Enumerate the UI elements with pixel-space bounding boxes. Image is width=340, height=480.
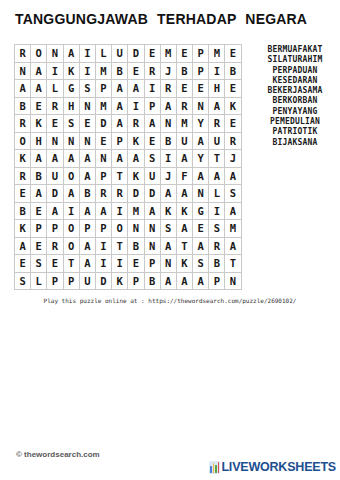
grid-cell[interactable]: R — [96, 185, 111, 202]
grid-cell[interactable]: R — [128, 115, 143, 132]
grid-cell[interactable]: A — [193, 133, 208, 150]
grid-cell[interactable]: A — [112, 98, 127, 115]
grid-cell[interactable]: P — [31, 220, 46, 237]
grid-cell[interactable]: P — [112, 133, 127, 150]
grid-cell[interactable]: I — [128, 98, 143, 115]
grid-cell[interactable]: A — [31, 63, 46, 80]
word-list-item: PATRIOTIK — [252, 127, 338, 137]
grid-cell[interactable]: K — [31, 115, 46, 132]
grid-cell[interactable]: T — [177, 238, 192, 255]
grid-cell[interactable]: S — [64, 115, 79, 132]
grid-cell[interactable]: K — [64, 63, 79, 80]
grid-cell[interactable]: K — [128, 133, 143, 150]
play-online-note: Play this puzzle online at : https://the… — [0, 297, 340, 304]
grid-cell[interactable]: E — [128, 63, 143, 80]
word-list-item: BERKORBAN — [252, 96, 338, 106]
grid-cell[interactable]: I — [80, 45, 95, 62]
grid-cell[interactable]: D — [145, 185, 160, 202]
grid-cell[interactable]: A — [128, 150, 143, 167]
grid-cell[interactable]: A — [80, 255, 95, 272]
grid-cell[interactable]: I — [80, 63, 95, 80]
grid-cell[interactable]: P — [47, 273, 62, 290]
grid-cell[interactable]: P — [96, 220, 111, 237]
grid-cell[interactable]: D — [96, 115, 111, 132]
grid-cell[interactable]: E — [47, 255, 62, 272]
grid-cell[interactable]: K — [112, 273, 127, 290]
grid-cell[interactable]: B — [15, 203, 30, 220]
grid-cell[interactable]: P — [47, 220, 62, 237]
grid-cell[interactable]: I — [112, 255, 127, 272]
grid-cell[interactable]: A — [225, 203, 240, 220]
grid-cell[interactable]: E — [225, 115, 240, 132]
word-list-item: KESEDARAN — [252, 76, 338, 86]
grid-cell[interactable]: E — [177, 45, 192, 62]
grid-cell[interactable]: A — [209, 168, 224, 185]
grid-cell[interactable]: E — [15, 255, 30, 272]
grid-cell[interactable]: N — [64, 133, 79, 150]
grid-cell[interactable]: A — [80, 238, 95, 255]
grid-cell[interactable]: E — [128, 255, 143, 272]
grid-cell[interactable]: A — [96, 203, 111, 220]
grid-cell[interactable]: K — [225, 98, 240, 115]
grid-cell[interactable]: P — [209, 273, 224, 290]
word-list: BERMUAFAKATSILATURAHIMPERPADUANKESEDARAN… — [252, 45, 338, 148]
grid-cell[interactable]: N — [80, 98, 95, 115]
copyright: © thewordsearch.com — [16, 450, 100, 459]
grid-cell[interactable]: G — [193, 203, 208, 220]
grid-cell[interactable]: A — [193, 238, 208, 255]
grid-cell[interactable]: B — [145, 273, 160, 290]
grid-cell[interactable]: K — [15, 220, 30, 237]
grid-cell[interactable]: S — [145, 150, 160, 167]
grid-cell[interactable]: E — [96, 133, 111, 150]
grid-cell[interactable]: P — [64, 273, 79, 290]
grid-cell[interactable]: B — [177, 63, 192, 80]
grid-cell[interactable]: T — [225, 255, 240, 272]
grid-cell[interactable]: B — [225, 63, 240, 80]
grid-cell[interactable]: R — [145, 63, 160, 80]
grid-cell[interactable]: A — [47, 150, 62, 167]
grid-cell[interactable]: K — [15, 150, 30, 167]
word-list-item: PERPADUAN — [252, 66, 338, 76]
grid-cell[interactable]: I — [96, 238, 111, 255]
grid-cell[interactable]: A — [161, 238, 176, 255]
grid-cell[interactable]: D — [96, 273, 111, 290]
grid-cell[interactable]: E — [31, 98, 46, 115]
grid-cell[interactable]: D — [47, 185, 62, 202]
grid-cell[interactable]: O — [15, 133, 30, 150]
grid-cell[interactable]: N — [193, 98, 208, 115]
grid-cell[interactable]: A — [161, 273, 176, 290]
grid-cell[interactable]: N — [145, 220, 160, 237]
grid-cell[interactable]: A — [64, 185, 79, 202]
grid-cell[interactable]: U — [209, 133, 224, 150]
grid-cell[interactable]: L — [31, 273, 46, 290]
word-list-item: BIJAKSANA — [252, 138, 338, 148]
grid-cell[interactable]: A — [64, 150, 79, 167]
grid-cell[interactable]: A — [128, 80, 143, 97]
grid-cell[interactable]: U — [80, 273, 95, 290]
grid-cell[interactable]: L — [209, 185, 224, 202]
grid-cell[interactable]: I — [64, 203, 79, 220]
grid-cell[interactable]: I — [209, 63, 224, 80]
word-list-item: PENYAYANG — [252, 107, 338, 117]
grid-cell[interactable]: N — [225, 273, 240, 290]
grid-cell[interactable]: R — [161, 80, 176, 97]
grid-cell[interactable]: T — [64, 255, 79, 272]
grid-cell[interactable]: P — [193, 45, 208, 62]
grid-cell[interactable]: B — [80, 185, 95, 202]
grid-cell[interactable]: S — [209, 220, 224, 237]
grid-cell[interactable]: S — [193, 255, 208, 272]
grid-cell[interactable]: T — [112, 168, 127, 185]
grid-cell[interactable]: N — [47, 45, 62, 62]
grid-cell[interactable]: P — [145, 255, 160, 272]
grid-cell[interactable]: K — [177, 255, 192, 272]
grid-cell[interactable]: A — [161, 98, 176, 115]
grid-cell[interactable]: A — [177, 273, 192, 290]
grid-cell[interactable]: O — [64, 238, 79, 255]
grid-cell[interactable]: A — [15, 80, 30, 97]
grid-cell[interactable]: I — [96, 255, 111, 272]
grid-cell[interactable]: S — [225, 185, 240, 202]
grid-cell[interactable]: B — [161, 133, 176, 150]
grid-cell[interactable]: A — [161, 185, 176, 202]
grid-cell[interactable]: D — [128, 45, 143, 62]
grid-cell[interactable]: D — [128, 185, 143, 202]
grid-cell[interactable]: K — [177, 203, 192, 220]
grid-cell[interactable]: K — [161, 203, 176, 220]
puzzle-title: TANGGUNGJAWAB TERHADAP NEGARA — [15, 11, 307, 27]
grid-cell[interactable]: I — [161, 150, 176, 167]
bar-chart-icon — [209, 461, 220, 474]
grid-cell[interactable]: U — [112, 45, 127, 62]
grid-cell[interactable]: L — [96, 45, 111, 62]
grid-cell[interactable]: M — [177, 115, 192, 132]
grid-cell[interactable]: O — [64, 220, 79, 237]
grid-cell[interactable]: A — [145, 115, 160, 132]
grid-cell[interactable]: E — [193, 220, 208, 237]
grid-cell[interactable]: N — [15, 63, 30, 80]
grid-cell[interactable]: A — [112, 150, 127, 167]
grid-cell[interactable]: P — [193, 63, 208, 80]
grid-cell[interactable]: S — [80, 80, 95, 97]
grid-cell[interactable]: E — [193, 80, 208, 97]
grid-cell[interactable]: S — [161, 220, 176, 237]
grid-cell[interactable]: E — [225, 80, 240, 97]
grid-cell[interactable]: M — [225, 220, 240, 237]
grid-cell[interactable]: G — [64, 80, 79, 97]
grid-cell[interactable]: A — [112, 115, 127, 132]
grid-cell[interactable]: R — [15, 45, 30, 62]
grid-cell[interactable]: P — [145, 98, 160, 115]
grid-cell[interactable]: M — [96, 63, 111, 80]
grid-cell[interactable]: E — [145, 45, 160, 62]
grid-cell[interactable]: A — [47, 203, 62, 220]
grid-cell[interactable]: J — [225, 150, 240, 167]
grid-cell[interactable]: A — [31, 185, 46, 202]
grid-cell[interactable]: B — [15, 98, 30, 115]
grid-cell[interactable]: O — [64, 168, 79, 185]
grid-cell[interactable]: I — [209, 203, 224, 220]
grid-cell[interactable]: E — [15, 185, 30, 202]
grid-cell[interactable]: B — [128, 238, 143, 255]
grid-cell[interactable]: M — [161, 45, 176, 62]
grid-cell[interactable]: M — [96, 98, 111, 115]
grid-cell[interactable]: O — [31, 45, 46, 62]
word-search-grid: RONAILUDEMEPMENAIKIMBERJBPIBAALGSPAAIREE… — [14, 44, 242, 290]
grid-cell[interactable]: M — [128, 203, 143, 220]
grid-cell[interactable]: A — [209, 98, 224, 115]
grid-cell[interactable]: E — [80, 115, 95, 132]
grid-cell[interactable]: B — [112, 63, 127, 80]
grid-cell[interactable]: I — [145, 80, 160, 97]
grid-cell[interactable]: T — [112, 238, 127, 255]
grid-cell[interactable]: E — [31, 203, 46, 220]
grid-cell[interactable]: I — [47, 63, 62, 80]
grid-cell[interactable]: M — [209, 45, 224, 62]
grid-cell[interactable]: R — [15, 168, 30, 185]
grid-cell[interactable]: A — [177, 220, 192, 237]
grid-cell[interactable]: E — [177, 80, 192, 97]
grid-cell[interactable]: H — [209, 80, 224, 97]
grid-cell[interactable]: R — [209, 238, 224, 255]
grid-cell[interactable]: A — [177, 185, 192, 202]
grid-cell[interactable]: N — [47, 133, 62, 150]
grid-cell[interactable]: A — [31, 80, 46, 97]
grid-cell[interactable]: A — [80, 168, 95, 185]
grid-cell[interactable]: R — [225, 133, 240, 150]
grid-cell[interactable]: B — [209, 255, 224, 272]
worksheet-page: TANGGUNGJAWAB TERHADAP NEGARA RONAILUDEM… — [0, 0, 340, 480]
grid-cell[interactable]: A — [31, 150, 46, 167]
grid-cell[interactable]: H — [64, 98, 79, 115]
grid-cell[interactable]: L — [47, 80, 62, 97]
grid-cell[interactable]: A — [112, 80, 127, 97]
grid-cell[interactable]: Y — [193, 115, 208, 132]
grid-cell[interactable]: N — [161, 115, 176, 132]
grid-cell[interactable]: A — [177, 150, 192, 167]
grid-cell[interactable]: B — [31, 168, 46, 185]
grid-cell[interactable]: R — [177, 98, 192, 115]
grid-cell[interactable]: A — [193, 273, 208, 290]
word-list-item: BEKERJASAMA — [252, 86, 338, 96]
grid-cell[interactable]: O — [112, 220, 127, 237]
grid-cell[interactable]: A — [145, 203, 160, 220]
grid-cell[interactable]: K — [128, 168, 143, 185]
brand-name: LIVEWORKSHEETS — [221, 460, 336, 474]
grid-cell[interactable]: U — [177, 133, 192, 150]
grid-cell[interactable]: S — [15, 273, 30, 290]
grid-cell[interactable]: A — [80, 203, 95, 220]
grid-cell[interactable]: A — [225, 168, 240, 185]
grid-cell[interactable]: E — [47, 115, 62, 132]
grid-cell[interactable]: P — [80, 220, 95, 237]
grid-cell[interactable]: Y — [193, 150, 208, 167]
grid-cell[interactable]: I — [112, 203, 127, 220]
grid-cell[interactable]: S — [31, 255, 46, 272]
grid-cell[interactable]: N — [145, 238, 160, 255]
grid-cell[interactable]: R — [112, 185, 127, 202]
grid-cell[interactable]: A — [80, 150, 95, 167]
grid-cell[interactable]: P — [96, 168, 111, 185]
grid-cell[interactable]: N — [96, 150, 111, 167]
grid-cell[interactable]: U — [145, 168, 160, 185]
grid-cell[interactable]: N — [128, 220, 143, 237]
grid-cell[interactable]: J — [161, 168, 176, 185]
grid-cell[interactable]: U — [47, 168, 62, 185]
word-list-item: SILATURAHIM — [252, 55, 338, 65]
word-list-item: PEMEDULIAN — [252, 117, 338, 127]
grid-cell[interactable]: J — [161, 63, 176, 80]
grid-cell[interactable]: R — [209, 115, 224, 132]
grid-cell[interactable]: N — [80, 133, 95, 150]
grid-cell[interactable]: R — [47, 238, 62, 255]
word-list-item: BERMUAFAKAT — [252, 45, 338, 55]
grid-cell[interactable]: F — [177, 168, 192, 185]
grid-cell[interactable]: A — [15, 238, 30, 255]
grid-cell[interactable]: T — [209, 150, 224, 167]
grid-cell[interactable]: N — [193, 185, 208, 202]
grid-cell[interactable]: R — [47, 98, 62, 115]
grid-cell[interactable]: A — [64, 45, 79, 62]
grid-cell[interactable]: H — [31, 133, 46, 150]
grid-cell[interactable]: R — [15, 115, 30, 132]
grid-cell[interactable]: A — [225, 238, 240, 255]
grid-cell[interactable]: P — [96, 80, 111, 97]
grid-cell[interactable]: N — [161, 255, 176, 272]
grid-cell[interactable]: E — [225, 45, 240, 62]
grid-cell[interactable]: A — [193, 168, 208, 185]
liveworksheets-logo[interactable]: LIVEWORKSHEETS — [209, 460, 336, 474]
grid-cell[interactable]: E — [145, 133, 160, 150]
grid-cell[interactable]: P — [128, 273, 143, 290]
grid-cell[interactable]: E — [31, 238, 46, 255]
